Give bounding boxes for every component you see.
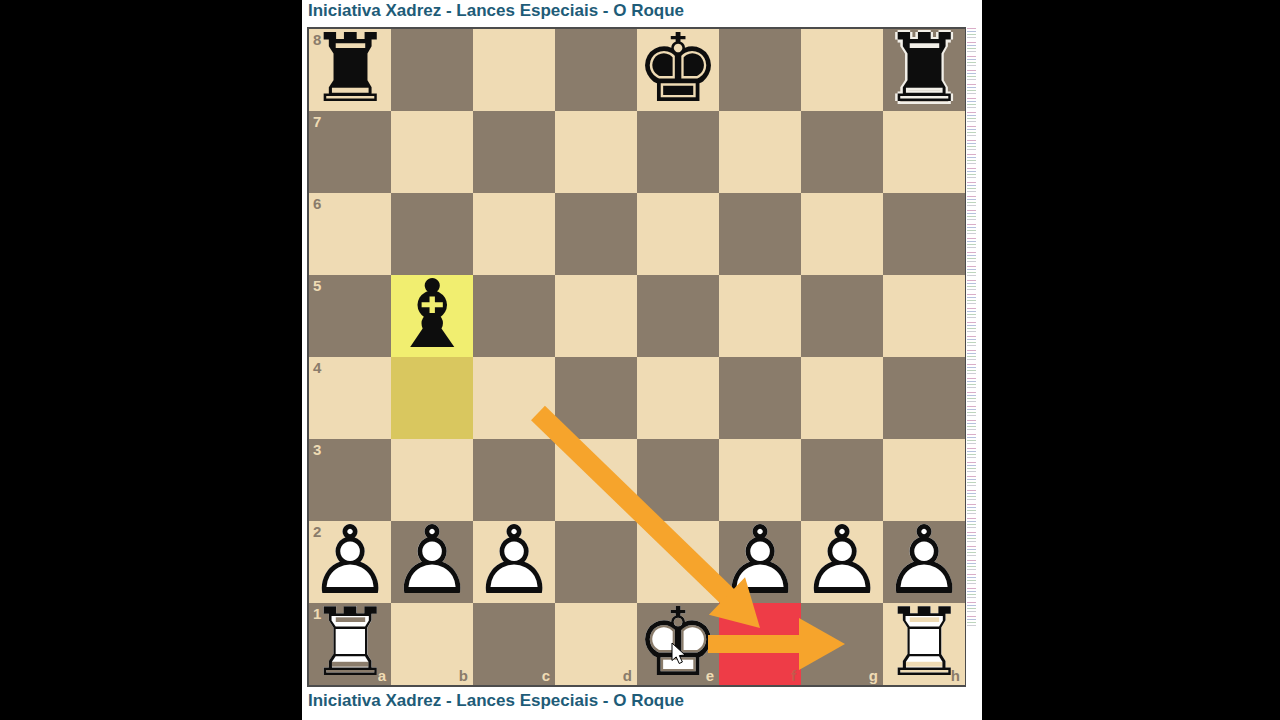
letterbox-left bbox=[0, 0, 302, 720]
square-e7[interactable] bbox=[637, 111, 719, 193]
square-a4[interactable]: 4 bbox=[309, 357, 391, 439]
square-a6[interactable]: 6 bbox=[309, 193, 391, 275]
square-g2[interactable]: ♟♙ bbox=[801, 521, 883, 603]
square-b4[interactable] bbox=[391, 357, 473, 439]
square-h1[interactable]: h♜♖ bbox=[883, 603, 965, 685]
square-d2[interactable] bbox=[555, 521, 637, 603]
square-f5[interactable] bbox=[719, 275, 801, 357]
piece-fill: ♜ bbox=[302, 21, 399, 118]
piece-outline: ♔ bbox=[630, 595, 727, 692]
square-a5[interactable]: 5 bbox=[309, 275, 391, 357]
square-b7[interactable] bbox=[391, 111, 473, 193]
square-c2[interactable]: ♟♙ bbox=[473, 521, 555, 603]
letterbox-right bbox=[982, 0, 1280, 720]
chess-board: 8♜♚♜765♝432♟♙♟♙♟♙♟♙♟♙♟♙1a♜♖bcde♚♔fgh♜♖ bbox=[309, 29, 965, 685]
white-pawn-c2[interactable]: ♟♙ bbox=[466, 513, 563, 610]
black-bishop-b5[interactable]: ♝ bbox=[384, 267, 481, 364]
square-d6[interactable] bbox=[555, 193, 637, 275]
square-b8[interactable] bbox=[391, 29, 473, 111]
rank-label-6: 6 bbox=[313, 195, 321, 212]
file-label-c: c bbox=[542, 667, 550, 684]
square-d1[interactable]: d bbox=[555, 603, 637, 685]
page-title: Iniciativa Xadrez - Lances Especiais - O… bbox=[308, 1, 958, 21]
square-c7[interactable] bbox=[473, 111, 555, 193]
square-e4[interactable] bbox=[637, 357, 719, 439]
square-b1[interactable]: b bbox=[391, 603, 473, 685]
file-label-b: b bbox=[459, 667, 468, 684]
rank-label-3: 3 bbox=[313, 441, 321, 458]
square-f8[interactable] bbox=[719, 29, 801, 111]
square-f4[interactable] bbox=[719, 357, 801, 439]
square-c6[interactable] bbox=[473, 193, 555, 275]
square-a8[interactable]: 8♜ bbox=[309, 29, 391, 111]
piece-outline: ♖ bbox=[302, 595, 399, 692]
square-f1[interactable]: f bbox=[719, 603, 801, 685]
square-f7[interactable] bbox=[719, 111, 801, 193]
square-c1[interactable]: c bbox=[473, 603, 555, 685]
white-rook-h1[interactable]: ♜♖ bbox=[876, 595, 973, 692]
square-e8[interactable]: ♚ bbox=[637, 29, 719, 111]
piece-fill: ♜ bbox=[876, 21, 973, 118]
black-king-e8[interactable]: ♚ bbox=[630, 21, 727, 118]
square-f6[interactable] bbox=[719, 193, 801, 275]
square-e1[interactable]: e♚♔ bbox=[637, 603, 719, 685]
rank-label-7: 7 bbox=[313, 113, 321, 130]
square-g7[interactable] bbox=[801, 111, 883, 193]
square-h8[interactable]: ♜ bbox=[883, 29, 965, 111]
tiny-text-speckles bbox=[967, 28, 976, 628]
video-content-area[interactable]: Iniciativa Xadrez - Lances Especiais - O… bbox=[302, 0, 982, 720]
square-a7[interactable]: 7 bbox=[309, 111, 391, 193]
square-d7[interactable] bbox=[555, 111, 637, 193]
file-label-f: f bbox=[791, 667, 796, 684]
black-rook-h8[interactable]: ♜ bbox=[876, 21, 973, 118]
white-king-e1[interactable]: ♚♔ bbox=[630, 595, 727, 692]
square-h6[interactable] bbox=[883, 193, 965, 275]
page-title-bottom: Iniciativa Xadrez - Lances Especiais - O… bbox=[308, 691, 958, 711]
white-rook-a1[interactable]: ♜♖ bbox=[302, 595, 399, 692]
sidebar-artifact-strip bbox=[966, 0, 978, 720]
square-h5[interactable] bbox=[883, 275, 965, 357]
piece-outline: ♙ bbox=[466, 513, 563, 610]
square-e5[interactable] bbox=[637, 275, 719, 357]
square-d8[interactable] bbox=[555, 29, 637, 111]
square-g6[interactable] bbox=[801, 193, 883, 275]
square-g5[interactable] bbox=[801, 275, 883, 357]
square-h4[interactable] bbox=[883, 357, 965, 439]
square-c5[interactable] bbox=[473, 275, 555, 357]
square-e6[interactable] bbox=[637, 193, 719, 275]
square-g8[interactable] bbox=[801, 29, 883, 111]
piece-outline: ♖ bbox=[876, 595, 973, 692]
square-a1[interactable]: 1a♜♖ bbox=[309, 603, 391, 685]
square-c4[interactable] bbox=[473, 357, 555, 439]
piece-fill: ♚ bbox=[630, 21, 727, 118]
square-b2[interactable]: ♟♙ bbox=[391, 521, 473, 603]
square-d4[interactable] bbox=[555, 357, 637, 439]
square-g4[interactable] bbox=[801, 357, 883, 439]
black-rook-a8[interactable]: ♜ bbox=[302, 21, 399, 118]
square-e3[interactable] bbox=[637, 439, 719, 521]
square-g1[interactable]: g bbox=[801, 603, 883, 685]
square-c8[interactable] bbox=[473, 29, 555, 111]
square-d5[interactable] bbox=[555, 275, 637, 357]
square-f2[interactable]: ♟♙ bbox=[719, 521, 801, 603]
square-b5[interactable]: ♝ bbox=[391, 275, 473, 357]
piece-fill: ♝ bbox=[384, 267, 481, 364]
chess-board-frame: 8♜♚♜765♝432♟♙♟♙♟♙♟♙♟♙♟♙1a♜♖bcde♚♔fgh♜♖ bbox=[307, 27, 967, 687]
square-h7[interactable] bbox=[883, 111, 965, 193]
square-d3[interactable] bbox=[555, 439, 637, 521]
rank-label-5: 5 bbox=[313, 277, 321, 294]
rank-label-4: 4 bbox=[313, 359, 321, 376]
